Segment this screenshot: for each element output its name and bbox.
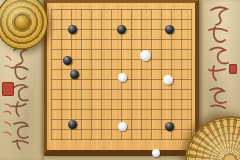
go-board[interactable] (44, 0, 199, 156)
game-screen (0, 0, 240, 160)
board-grid (51, 9, 192, 140)
red-seal-stamp (229, 64, 237, 74)
bowl-knob (14, 14, 30, 30)
red-seal-stamp (2, 82, 14, 96)
